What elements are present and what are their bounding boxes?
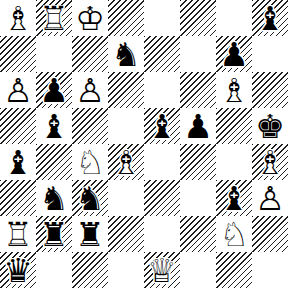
square-e3[interactable] (144, 180, 180, 216)
black-rook-glyph: ♜ (36, 216, 72, 252)
black-bishop: ♝♝ (252, 0, 288, 36)
square-f4[interactable] (180, 144, 216, 180)
square-a6[interactable]: ♟♙ (0, 72, 36, 108)
white-pawn-glyph: ♙ (72, 72, 108, 108)
square-d6[interactable] (108, 72, 144, 108)
white-queen: ♛♕ (144, 252, 180, 288)
square-g3[interactable]: ♝♝ (216, 180, 252, 216)
black-knight: ♞♞ (108, 36, 144, 72)
white-bishop-glyph: ♗ (0, 0, 36, 36)
black-bishop-glyph: ♝ (144, 108, 180, 144)
square-b5[interactable]: ♝♝ (36, 108, 72, 144)
square-f5[interactable]: ♟♟ (180, 108, 216, 144)
white-rook-glyph: ♖ (0, 216, 36, 252)
square-c8[interactable]: ♚♔ (72, 0, 108, 36)
square-f3[interactable] (180, 180, 216, 216)
square-c5[interactable] (72, 108, 108, 144)
square-g6[interactable]: ♝♗ (216, 72, 252, 108)
square-c4[interactable]: ♞♘ (72, 144, 108, 180)
white-pawn: ♟♙ (252, 180, 288, 216)
black-bishop-glyph: ♝ (252, 0, 288, 36)
square-b7[interactable] (36, 36, 72, 72)
square-c6[interactable]: ♟♙ (72, 72, 108, 108)
black-rook: ♜♜ (72, 216, 108, 252)
black-knight-glyph: ♞ (36, 180, 72, 216)
square-d1[interactable] (108, 252, 144, 288)
white-knight: ♞♘ (216, 216, 252, 252)
square-b2[interactable]: ♜♜ (36, 216, 72, 252)
square-f8[interactable] (180, 0, 216, 36)
square-e6[interactable] (144, 72, 180, 108)
square-h7[interactable] (252, 36, 288, 72)
square-g1[interactable] (216, 252, 252, 288)
square-b6[interactable]: ♟♟ (36, 72, 72, 108)
white-knight-glyph: ♘ (216, 216, 252, 252)
white-bishop-glyph: ♗ (216, 72, 252, 108)
square-g8[interactable] (216, 0, 252, 36)
white-bishop: ♝♗ (108, 144, 144, 180)
square-f2[interactable] (180, 216, 216, 252)
black-queen-glyph: ♛ (0, 252, 36, 288)
white-bishop: ♝♗ (0, 0, 36, 36)
square-g7[interactable]: ♟♟ (216, 36, 252, 72)
square-e4[interactable] (144, 144, 180, 180)
white-pawn: ♟♙ (0, 72, 36, 108)
black-rook: ♜♜ (36, 216, 72, 252)
white-pawn: ♟♙ (72, 72, 108, 108)
square-a1[interactable]: ♛♛ (0, 252, 36, 288)
square-b4[interactable] (36, 144, 72, 180)
square-d2[interactable] (108, 216, 144, 252)
square-d5[interactable] (108, 108, 144, 144)
black-knight-glyph: ♞ (72, 180, 108, 216)
square-e2[interactable] (144, 216, 180, 252)
white-pawn-glyph: ♙ (0, 72, 36, 108)
white-rook: ♜♖ (36, 0, 72, 36)
white-queen-glyph: ♕ (144, 252, 180, 288)
square-g4[interactable] (216, 144, 252, 180)
black-pawn-glyph: ♟ (216, 36, 252, 72)
square-b1[interactable] (36, 252, 72, 288)
black-pawn-glyph: ♟ (180, 108, 216, 144)
square-d7[interactable]: ♞♞ (108, 36, 144, 72)
square-f1[interactable] (180, 252, 216, 288)
square-b8[interactable]: ♜♖ (36, 0, 72, 36)
square-h5[interactable]: ♚♚ (252, 108, 288, 144)
square-h2[interactable] (252, 216, 288, 252)
black-bishop-glyph: ♝ (0, 144, 36, 180)
square-a3[interactable] (0, 180, 36, 216)
square-h3[interactable]: ♟♙ (252, 180, 288, 216)
black-pawn: ♟♟ (180, 108, 216, 144)
square-a2[interactable]: ♜♖ (0, 216, 36, 252)
square-g2[interactable]: ♞♘ (216, 216, 252, 252)
chessboard: ♝♗♜♖♚♔♝♝♞♞♟♟♟♙♟♟♟♙♝♗♝♝♝♝♟♟♚♚♝♝♞♘♝♗♝♗♞♞♞♞… (0, 0, 288, 288)
square-a7[interactable] (0, 36, 36, 72)
white-knight: ♞♘ (72, 144, 108, 180)
square-d4[interactable]: ♝♗ (108, 144, 144, 180)
black-queen: ♛♛ (0, 252, 36, 288)
black-bishop: ♝♝ (0, 144, 36, 180)
square-h8[interactable]: ♝♝ (252, 0, 288, 36)
black-bishop: ♝♝ (36, 108, 72, 144)
black-knight: ♞♞ (72, 180, 108, 216)
square-h1[interactable] (252, 252, 288, 288)
black-bishop: ♝♝ (216, 180, 252, 216)
square-d3[interactable] (108, 180, 144, 216)
white-rook: ♜♖ (0, 216, 36, 252)
square-h6[interactable] (252, 72, 288, 108)
square-c1[interactable] (72, 252, 108, 288)
black-knight-glyph: ♞ (108, 36, 144, 72)
white-knight-glyph: ♘ (72, 144, 108, 180)
black-pawn-glyph: ♟ (36, 72, 72, 108)
square-e1[interactable]: ♛♕ (144, 252, 180, 288)
black-knight: ♞♞ (36, 180, 72, 216)
square-b3[interactable]: ♞♞ (36, 180, 72, 216)
white-bishop: ♝♗ (252, 144, 288, 180)
square-e5[interactable]: ♝♝ (144, 108, 180, 144)
square-a4[interactable]: ♝♝ (0, 144, 36, 180)
square-d8[interactable] (108, 0, 144, 36)
square-e8[interactable] (144, 0, 180, 36)
square-c3[interactable]: ♞♞ (72, 180, 108, 216)
white-king-glyph: ♔ (72, 0, 108, 36)
white-king: ♚♔ (72, 0, 108, 36)
square-c7[interactable] (72, 36, 108, 72)
black-pawn: ♟♟ (216, 36, 252, 72)
black-rook-glyph: ♜ (72, 216, 108, 252)
black-bishop-glyph: ♝ (216, 180, 252, 216)
square-f6[interactable] (180, 72, 216, 108)
square-h4[interactable]: ♝♗ (252, 144, 288, 180)
black-king-glyph: ♚ (252, 108, 288, 144)
square-a5[interactable] (0, 108, 36, 144)
white-bishop: ♝♗ (216, 72, 252, 108)
square-c2[interactable]: ♜♜ (72, 216, 108, 252)
black-bishop-glyph: ♝ (36, 108, 72, 144)
square-g5[interactable] (216, 108, 252, 144)
square-a8[interactable]: ♝♗ (0, 0, 36, 36)
white-pawn-glyph: ♙ (252, 180, 288, 216)
black-bishop: ♝♝ (144, 108, 180, 144)
square-f7[interactable] (180, 36, 216, 72)
black-pawn: ♟♟ (36, 72, 72, 108)
white-bishop-glyph: ♗ (108, 144, 144, 180)
black-king: ♚♚ (252, 108, 288, 144)
white-bishop-glyph: ♗ (252, 144, 288, 180)
white-rook-glyph: ♖ (36, 0, 72, 36)
square-e7[interactable] (144, 36, 180, 72)
